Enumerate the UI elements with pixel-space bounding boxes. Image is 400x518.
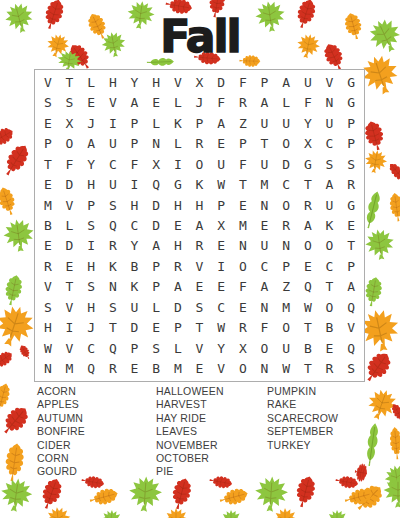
- grid-cell: U: [254, 113, 276, 133]
- grid-cell: K: [102, 256, 124, 276]
- grid-cell: U: [297, 72, 319, 92]
- grid-cell: W: [210, 318, 232, 338]
- grid-cell: N: [37, 359, 59, 379]
- grid-cell: T: [254, 133, 276, 153]
- grid-cell: Q: [102, 215, 124, 235]
- grid-cell: O: [297, 236, 319, 256]
- grid-cell: L: [275, 92, 297, 112]
- grid-cell: H: [80, 256, 102, 276]
- grid-cell: U: [319, 195, 341, 215]
- grid-cell: O: [189, 154, 211, 174]
- grid-cell: E: [145, 318, 167, 338]
- grid-cell: E: [232, 297, 254, 317]
- grid-cell: R: [297, 195, 319, 215]
- grid-cell: V: [37, 277, 59, 297]
- grid-cell: E: [37, 236, 59, 256]
- grid-cell: H: [124, 195, 146, 215]
- grid-cell: P: [145, 256, 167, 276]
- grid-cell: D: [275, 154, 297, 174]
- word-item: SCARECROW: [267, 412, 338, 425]
- grid-cell: V: [210, 359, 232, 379]
- grid-cell: S: [102, 195, 124, 215]
- grid-cell: D: [59, 236, 81, 256]
- grid-cell: W: [37, 338, 59, 358]
- grid-cell: K: [124, 277, 146, 297]
- grid-cell: E: [59, 256, 81, 276]
- grid-cell: T: [297, 174, 319, 194]
- grid-cell: S: [319, 154, 341, 174]
- oak-leaf-icon: [385, 159, 400, 187]
- grid-cell: Q: [340, 297, 362, 317]
- grid-cell: W: [297, 297, 319, 317]
- grid-cell: V: [59, 297, 81, 317]
- grid-cell: P: [37, 133, 59, 153]
- grid-cell: P: [254, 72, 276, 92]
- grid-cell: S: [37, 297, 59, 317]
- grid-cell: E: [145, 92, 167, 112]
- grid-cell: R: [189, 133, 211, 153]
- grid-cell: N: [319, 92, 341, 112]
- grid-cell: G: [340, 195, 362, 215]
- grid-cell: C: [275, 174, 297, 194]
- grid-cell: F: [297, 92, 319, 112]
- grid-cell: P: [210, 195, 232, 215]
- grid-cell: E: [80, 92, 102, 112]
- word-item: GOURD: [37, 465, 85, 478]
- grid-cell: T: [297, 318, 319, 338]
- grid-cell: F: [210, 92, 232, 112]
- grid-cell: C: [124, 215, 146, 235]
- grid-cell: J: [80, 318, 102, 338]
- word-column-2: HALLOWEENHARVESTHAY RIDELEAVESNOVEMBEROC…: [156, 385, 224, 479]
- grid-cell: U: [319, 113, 341, 133]
- grid-cell: V: [102, 92, 124, 112]
- grid-cell: V: [319, 72, 341, 92]
- grid-cell: S: [340, 359, 362, 379]
- grid-cell: A: [275, 72, 297, 92]
- word-item: LEAVES: [156, 425, 224, 438]
- word-item: HALLOWEEN: [156, 385, 224, 398]
- grid-cell: J: [189, 92, 211, 112]
- grid-cell: T: [297, 359, 319, 379]
- grid-cell: I: [124, 174, 146, 194]
- grid-cell: R: [102, 359, 124, 379]
- grid-cell: S: [102, 297, 124, 317]
- maple-leaf-icon: [97, 508, 125, 518]
- word-item: AUTUMN: [37, 412, 85, 425]
- maple-leaf-icon: [42, 505, 74, 518]
- grid-cell: A: [210, 113, 232, 133]
- maple-leaf-icon: [360, 226, 399, 264]
- grid-cell: V: [340, 318, 362, 338]
- grid-cell: F: [232, 277, 254, 297]
- word-item: OCTOBER: [156, 452, 224, 465]
- grid-cell: V: [59, 338, 81, 358]
- grid-cell: X: [297, 133, 319, 153]
- grid-cell: P: [340, 256, 362, 276]
- grid-cell: T: [340, 236, 362, 256]
- grid-cell: M: [232, 215, 254, 235]
- grid-cell: N: [145, 133, 167, 153]
- grid-cell: H: [102, 72, 124, 92]
- grid-cell: Q: [80, 359, 102, 379]
- grid-cell: F: [254, 318, 276, 338]
- grid-cell: Z: [232, 113, 254, 133]
- grid-cell: U: [102, 174, 124, 194]
- grid-cell: N: [254, 297, 276, 317]
- word-column-1: ACORNAPPLESAUTUMNBONFIRECIDERCORNGOURD: [37, 385, 85, 479]
- grid-cell: I: [102, 113, 124, 133]
- grid-cell: P: [145, 277, 167, 297]
- grid-cell: U: [275, 113, 297, 133]
- oak-leaf-icon: [361, 275, 385, 309]
- grid-cell: Q: [340, 338, 362, 358]
- grid-cell: O: [254, 338, 276, 358]
- grid-cell: C: [254, 256, 276, 276]
- grid-cell: S: [80, 277, 102, 297]
- grid-cell: B: [124, 256, 146, 276]
- grid-cell: C: [102, 154, 124, 174]
- grid-cell: W: [210, 174, 232, 194]
- grid-cell: Y: [210, 338, 232, 358]
- word-item: TURKEY: [267, 439, 338, 452]
- word-item: HARVEST: [156, 398, 224, 411]
- grid-cell: H: [80, 297, 102, 317]
- grid-cell: X: [232, 338, 254, 358]
- grid-cell: T: [319, 277, 341, 297]
- grid-cell: X: [145, 154, 167, 174]
- grid-cell: A: [340, 277, 362, 297]
- grid-cell: O: [275, 318, 297, 338]
- grid-cell: C: [319, 133, 341, 153]
- grid-cell: R: [232, 92, 254, 112]
- grid-cell: G: [297, 154, 319, 174]
- grid-cell: S: [59, 92, 81, 112]
- grid-cell: G: [340, 92, 362, 112]
- grid-cell: Q: [145, 174, 167, 194]
- grid-cell: S: [189, 297, 211, 317]
- grid-cell: E: [210, 236, 232, 256]
- grid-cell: P: [275, 256, 297, 276]
- grid-cell: N: [232, 236, 254, 256]
- grid-cell: D: [124, 318, 146, 338]
- grid-cell: O: [275, 195, 297, 215]
- grid-cell: D: [210, 72, 232, 92]
- grid-cell: I: [59, 318, 81, 338]
- grid-cell: E: [254, 215, 276, 235]
- grid-cell: P: [124, 133, 146, 153]
- grid-cell: A: [254, 92, 276, 112]
- grid-cell: W: [275, 359, 297, 379]
- grid-cell: V: [189, 338, 211, 358]
- grid-cell: R: [340, 174, 362, 194]
- grid-cell: S: [145, 338, 167, 358]
- grid-cell: F: [59, 154, 81, 174]
- grid-cell: M: [275, 297, 297, 317]
- grid-cell: E: [297, 256, 319, 276]
- word-item: BONFIRE: [37, 425, 85, 438]
- grid-cell: T: [189, 318, 211, 338]
- grid-cell: L: [145, 113, 167, 133]
- grid-cell: P: [124, 113, 146, 133]
- grid-cell: P: [124, 338, 146, 358]
- grid-cell: A: [254, 277, 276, 297]
- grid-cell: X: [210, 215, 232, 235]
- oak-leaf-icon: [0, 347, 17, 373]
- grid-cell: A: [80, 133, 102, 153]
- word-item: CORN: [37, 452, 85, 465]
- grid-cell: O: [319, 297, 341, 317]
- grid-cell: H: [167, 195, 189, 215]
- letter-grid: VTLHYHVXDFPAUVGSSEVAELJFRALFNGEXJIPLKPAZ…: [34, 69, 365, 382]
- grid-cell: S: [340, 154, 362, 174]
- grid-cell: G: [167, 174, 189, 194]
- grid-cell: H: [189, 195, 211, 215]
- grid-cell: E: [124, 359, 146, 379]
- grid-cell: A: [145, 236, 167, 256]
- word-item: CIDER: [37, 439, 85, 452]
- grid-cell: S: [37, 92, 59, 112]
- grid-cell: H: [167, 236, 189, 256]
- grid-cell: I: [80, 236, 102, 256]
- grid-cell: Y: [80, 154, 102, 174]
- word-item: NOVEMBER: [156, 439, 224, 452]
- grid-cell: L: [167, 133, 189, 153]
- grid-cell: R: [189, 236, 211, 256]
- grid-cell: B: [319, 318, 341, 338]
- grid-cell: E: [340, 215, 362, 235]
- word-item: ACORN: [37, 385, 85, 398]
- grid-cell: E: [189, 277, 211, 297]
- grid-cell: J: [80, 113, 102, 133]
- grid-cell: V: [189, 256, 211, 276]
- grid-cell: P: [340, 133, 362, 153]
- grid-cell: V: [59, 195, 81, 215]
- grid-cell: O: [232, 359, 254, 379]
- grid-cell: G: [340, 72, 362, 92]
- grid-cell: E: [189, 359, 211, 379]
- grid-cell: R: [167, 256, 189, 276]
- grid-cell: E: [210, 277, 232, 297]
- grid-cell: U: [275, 338, 297, 358]
- grid-cell: L: [59, 215, 81, 235]
- grid-cell: C: [319, 256, 341, 276]
- grid-cell: D: [59, 174, 81, 194]
- grid-cell: H: [37, 318, 59, 338]
- grid-cell: A: [297, 215, 319, 235]
- grid-cell: U: [210, 154, 232, 174]
- grid-cell: M: [167, 359, 189, 379]
- grid-cell: R: [319, 359, 341, 379]
- grid-cell: D: [167, 297, 189, 317]
- word-item: RAKE: [267, 398, 338, 411]
- grid-cell: N: [275, 236, 297, 256]
- grid-cell: M: [59, 359, 81, 379]
- worksheet: Fall VTLHYHVXDFPAUVGSSEVAELJFRALFNGEXJIP…: [0, 0, 400, 518]
- grid-cell: P: [167, 318, 189, 338]
- grid-cell: T: [102, 318, 124, 338]
- grid-cell: A: [124, 92, 146, 112]
- grid-cell: C: [80, 338, 102, 358]
- grid-cell: V: [167, 72, 189, 92]
- grid-cell: T: [59, 72, 81, 92]
- grid-cell: E: [210, 133, 232, 153]
- grid-cell: M: [37, 195, 59, 215]
- word-item: PUMPKIN: [267, 385, 338, 398]
- grid-cell: I: [167, 154, 189, 174]
- grid-cell: O: [275, 133, 297, 153]
- word-item: APPLES: [37, 398, 85, 411]
- grid-cell: Z: [275, 277, 297, 297]
- grid-cell: D: [145, 215, 167, 235]
- grid-cell: A: [167, 277, 189, 297]
- grid-cell: T: [37, 154, 59, 174]
- word-column-3: PUMPKINRAKESCARECROWSEPTEMBERTURKEY: [267, 385, 338, 452]
- grid-cell: L: [167, 338, 189, 358]
- grid-cell: L: [80, 72, 102, 92]
- grid-cell: U: [254, 154, 276, 174]
- grid-cell: R: [275, 215, 297, 235]
- grid-cell: S: [80, 215, 102, 235]
- grid-cell: B: [37, 215, 59, 235]
- word-item: HAY RIDE: [156, 412, 224, 425]
- word-list: ACORNAPPLESAUTUMNBONFIRECIDERCORNGOURD H…: [0, 385, 400, 481]
- grid-cell: R: [37, 256, 59, 276]
- grid-cell: Y: [124, 72, 146, 92]
- grid-cell: U: [254, 236, 276, 256]
- grid-cell: F: [232, 72, 254, 92]
- grid-cell: Q: [297, 277, 319, 297]
- grid-cell: E: [167, 215, 189, 235]
- grid-cell: O: [232, 256, 254, 276]
- grid-cell: H: [80, 174, 102, 194]
- grid-cell: V: [37, 72, 59, 92]
- grid-cell: K: [319, 215, 341, 235]
- grid-cell: E: [232, 195, 254, 215]
- grid-cell: E: [319, 338, 341, 358]
- oak-leaf-icon: [387, 191, 400, 223]
- word-item: PIE: [156, 465, 224, 478]
- grid-cell: T: [232, 174, 254, 194]
- grid-cell: L: [145, 297, 167, 317]
- grid-cell: P: [232, 133, 254, 153]
- grid-cell: B: [297, 338, 319, 358]
- grid-cell: X: [59, 113, 81, 133]
- grid-cell: K: [167, 113, 189, 133]
- grid-cell: C: [210, 297, 232, 317]
- grid-cell: U: [124, 297, 146, 317]
- grid-cell: Q: [102, 338, 124, 358]
- grid-cell: M: [254, 174, 276, 194]
- grid-cell: E: [37, 113, 59, 133]
- grid-cell: F: [232, 154, 254, 174]
- grid-cell: O: [59, 133, 81, 153]
- grid-cell: A: [189, 215, 211, 235]
- grid-cell: T: [59, 277, 81, 297]
- grid-cell: E: [37, 174, 59, 194]
- maple-leaf-icon: [324, 509, 350, 518]
- grid-cell: F: [124, 154, 146, 174]
- grid-cell: P: [340, 113, 362, 133]
- grid-cell: P: [80, 195, 102, 215]
- maple-leaf-icon: [161, 507, 191, 518]
- grid-cell: R: [232, 318, 254, 338]
- grid-cell: N: [102, 277, 124, 297]
- grid-cell: R: [102, 236, 124, 256]
- maple-leaf-icon: [218, 509, 244, 518]
- grid-cell: Y: [124, 236, 146, 256]
- grid-cell: U: [102, 133, 124, 153]
- grid-cell: I: [210, 256, 232, 276]
- grid-cell: D: [145, 195, 167, 215]
- page-title: Fall: [0, 11, 400, 62]
- grid-cell: A: [319, 174, 341, 194]
- grid-cell: O: [319, 236, 341, 256]
- grid-cell: Y: [297, 113, 319, 133]
- grid-cell: X: [189, 72, 211, 92]
- grid-cell: H: [145, 72, 167, 92]
- grid-cell: K: [189, 174, 211, 194]
- grid-cell: L: [167, 92, 189, 112]
- grid-cell: N: [254, 359, 276, 379]
- grid-cell: B: [145, 359, 167, 379]
- grid-cell: P: [189, 113, 211, 133]
- grid-cell: N: [254, 195, 276, 215]
- oak-leaf-icon: [0, 184, 20, 218]
- word-item: SEPTEMBER: [267, 425, 338, 438]
- maple-leaf-icon: [270, 507, 300, 518]
